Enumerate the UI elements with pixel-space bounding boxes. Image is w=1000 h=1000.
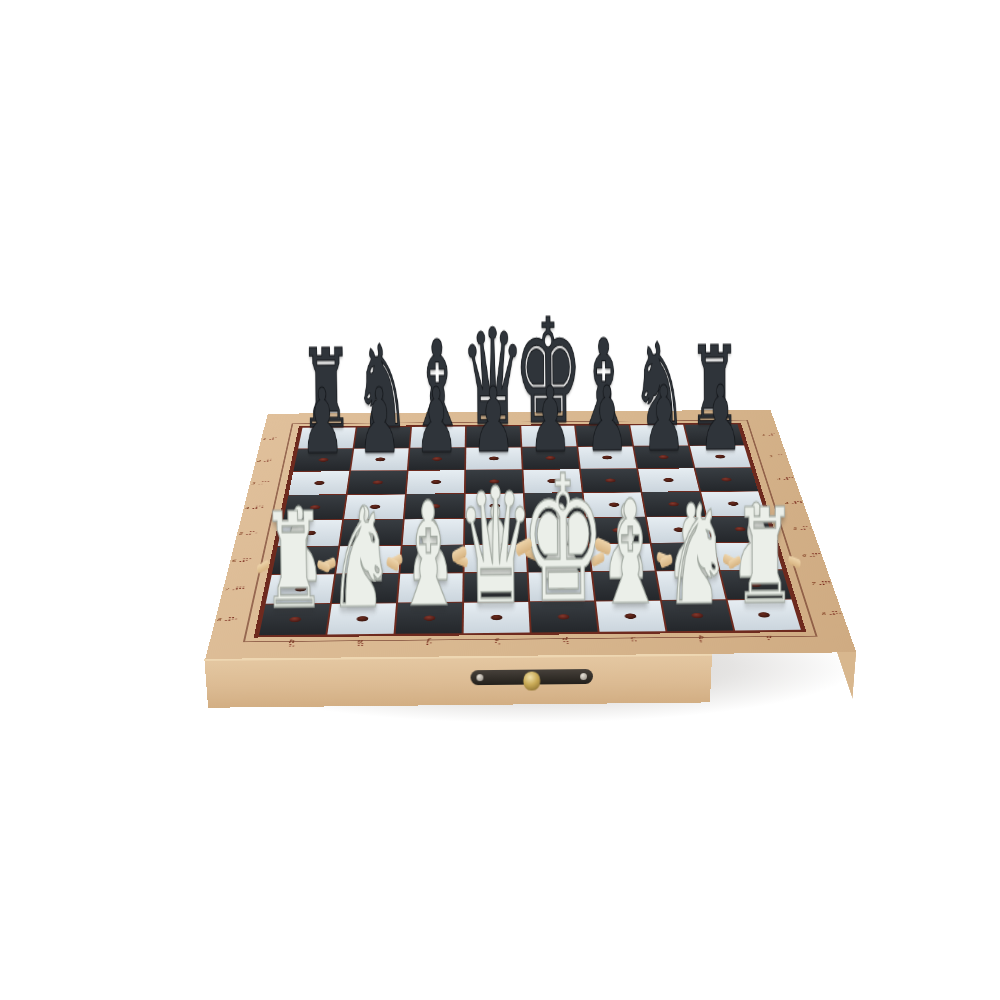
clasp-screw — [476, 674, 483, 681]
square-c8[interactable]: ♝ — [596, 601, 665, 632]
black-pawn[interactable]: ♟ — [300, 379, 344, 462]
black-pawn[interactable]: ♟ — [357, 379, 401, 462]
square-b8[interactable]: ♞ — [662, 600, 733, 631]
square-g8[interactable]: ♞ — [327, 603, 396, 634]
white-rook[interactable]: ♜ — [261, 501, 326, 623]
black-pawn[interactable]: ♟ — [642, 377, 685, 460]
wooden-peg — [788, 555, 801, 569]
square-b2[interactable]: ♟ — [634, 446, 693, 468]
white-king[interactable]: ♚ — [520, 459, 605, 620]
rank-label-left-2: 2⠼⠃ — [257, 458, 292, 463]
file-label-a: a⠁ — [747, 633, 793, 645]
rank-label-left-7: 7⠼⠛ — [224, 586, 265, 592]
square-g2[interactable]: ♟ — [351, 448, 409, 470]
file-label-f: f⠋ — [407, 637, 451, 649]
checkerboard: ♜♞♝♛♚♝♞♜♟♟♟♟♟♟♟♟♟♟♟♟♟♟♟♟♜♞♝♛♚♝♞♜ — [254, 423, 807, 638]
box-front — [204, 652, 857, 707]
scene: ♜♞♝♛♚♝♞♜♟♟♟♟♟♟♟♟♟♟♟♟♟♟♟♟♜♞♝♛♚♝♞♜ h⠓g⠛f⠋e… — [197, 190, 853, 846]
rank-label-right-1: 1⠼⠁ — [744, 432, 778, 437]
white-knight[interactable]: ♞ — [327, 496, 395, 623]
file-label-g: g⠛ — [338, 637, 383, 649]
board: ♜♞♝♛♚♝♞♜♟♟♟♟♟♟♟♟♟♟♟♟♟♟♟♟♜♞♝♛♚♝♞♜ h⠓g⠛f⠋e… — [205, 410, 856, 659]
black-pawn[interactable]: ♟ — [414, 379, 458, 462]
file-label-h: h⠓ — [269, 638, 314, 650]
rank-label-left-1: 1⠼⠁ — [262, 436, 296, 441]
black-pawn[interactable]: ♟ — [699, 376, 742, 459]
clasp[interactable] — [470, 669, 593, 685]
clasp-knob[interactable] — [523, 672, 540, 691]
square-h2[interactable]: ♟ — [293, 449, 352, 471]
chess-set-photo: ♜♞♝♛♚♝♞♜♟♟♟♟♟♟♟♟♟♟♟♟♟♟♟♟♜♞♝♛♚♝♞♜ h⠓g⠛f⠋e… — [0, 0, 1000, 1000]
file-label-e: e⠑ — [475, 636, 518, 648]
square-e8[interactable]: ♛ — [464, 602, 530, 633]
white-rook[interactable]: ♜ — [733, 497, 796, 618]
square-f8[interactable]: ♝ — [396, 603, 463, 634]
square-d8[interactable]: ♚ — [530, 601, 598, 632]
wooden-peg — [257, 560, 270, 575]
square-a2[interactable]: ♟ — [690, 446, 751, 468]
square-a8[interactable]: ♜ — [728, 600, 801, 631]
black-pawn[interactable]: ♟ — [471, 378, 515, 461]
white-knight[interactable]: ♞ — [664, 493, 730, 620]
square-h8[interactable]: ♜ — [259, 604, 330, 635]
